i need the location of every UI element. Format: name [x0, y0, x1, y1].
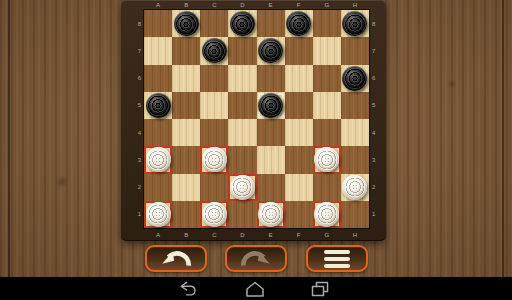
square-a7[interactable] [144, 37, 172, 64]
square-h1[interactable] [341, 201, 369, 228]
square-g8[interactable] [313, 10, 341, 37]
square-h3[interactable] [341, 146, 369, 173]
rank-label-6: 6 [369, 65, 386, 92]
recents-button[interactable] [308, 277, 332, 300]
square-d5[interactable] [228, 92, 256, 119]
square-h2[interactable] [341, 174, 369, 201]
white-piece[interactable] [146, 147, 171, 172]
square-d4[interactable] [228, 119, 256, 146]
back-button[interactable] [176, 277, 200, 300]
square-e5[interactable] [257, 92, 285, 119]
rank-label-2: 2 [369, 174, 386, 201]
white-piece[interactable] [258, 202, 283, 227]
square-c7[interactable] [200, 37, 228, 64]
rank-label-7: 7 [369, 37, 386, 64]
file-label-d: D [228, 229, 256, 241]
undo-arrow-icon [159, 248, 193, 269]
rank-labels-left: 87654321 [121, 10, 144, 228]
file-label-a: A [144, 229, 172, 241]
square-h4[interactable] [341, 119, 369, 146]
square-h8[interactable] [341, 10, 369, 37]
square-b4[interactable] [172, 119, 200, 146]
square-b7[interactable] [172, 37, 200, 64]
square-g7[interactable] [313, 37, 341, 64]
square-c4[interactable] [200, 119, 228, 146]
rank-label-3: 3 [121, 146, 144, 173]
square-d8[interactable] [228, 10, 256, 37]
rank-label-1: 1 [121, 201, 144, 228]
black-piece[interactable] [258, 93, 283, 118]
square-b1[interactable] [172, 201, 200, 228]
rank-label-7: 7 [121, 37, 144, 64]
square-b8[interactable] [172, 10, 200, 37]
square-g3[interactable] [313, 146, 341, 173]
square-c2[interactable] [200, 174, 228, 201]
file-label-a: A [144, 0, 172, 10]
rank-label-5: 5 [369, 92, 386, 119]
rank-label-8: 8 [369, 10, 386, 37]
rank-label-3: 3 [369, 146, 386, 173]
square-h5[interactable] [341, 92, 369, 119]
redo-arrow-icon [239, 248, 273, 269]
square-e8[interactable] [257, 10, 285, 37]
file-label-h: H [341, 229, 369, 241]
white-piece[interactable] [342, 175, 367, 200]
square-a6[interactable] [144, 65, 172, 92]
square-d2[interactable] [228, 174, 256, 201]
black-piece[interactable] [342, 11, 367, 36]
square-a2[interactable] [144, 174, 172, 201]
square-b2[interactable] [172, 174, 200, 201]
square-f6[interactable] [285, 65, 313, 92]
square-e3[interactable] [257, 146, 285, 173]
square-h7[interactable] [341, 37, 369, 64]
file-label-f: F [285, 0, 313, 10]
file-label-f: F [285, 229, 313, 241]
recents-icon [310, 281, 330, 297]
back-arrow-icon [177, 280, 199, 297]
file-labels-bottom: ABCDEFGH [144, 229, 369, 241]
square-a4[interactable] [144, 119, 172, 146]
square-f5[interactable] [285, 92, 313, 119]
square-g1[interactable] [313, 201, 341, 228]
square-c1[interactable] [200, 201, 228, 228]
white-piece[interactable] [230, 175, 255, 200]
square-g5[interactable] [313, 92, 341, 119]
square-d3[interactable] [228, 146, 256, 173]
square-a5[interactable] [144, 92, 172, 119]
file-label-h: H [341, 0, 369, 10]
board-grid [144, 10, 369, 228]
square-g4[interactable] [313, 119, 341, 146]
rank-label-1: 1 [369, 201, 386, 228]
black-piece[interactable] [174, 11, 199, 36]
square-d7[interactable] [228, 37, 256, 64]
file-label-b: B [172, 229, 200, 241]
white-piece[interactable] [146, 202, 171, 227]
black-piece[interactable] [342, 66, 367, 91]
square-a3[interactable] [144, 146, 172, 173]
square-e2[interactable] [257, 174, 285, 201]
checkers-board: ABCDEFGH ABCDEFGH 87654321 87654321 [121, 0, 386, 241]
square-e1[interactable] [257, 201, 285, 228]
square-c8[interactable] [200, 10, 228, 37]
white-piece[interactable] [202, 147, 227, 172]
rank-label-4: 4 [369, 119, 386, 146]
hamburger-icon [324, 250, 350, 268]
square-b3[interactable] [172, 146, 200, 173]
square-f8[interactable] [285, 10, 313, 37]
square-a1[interactable] [144, 201, 172, 228]
rank-labels-right: 87654321 [369, 10, 386, 228]
square-f7[interactable] [285, 37, 313, 64]
square-d6[interactable] [228, 65, 256, 92]
square-c5[interactable] [200, 92, 228, 119]
black-piece[interactable] [202, 38, 227, 63]
menu-button[interactable] [306, 245, 368, 272]
square-e7[interactable] [257, 37, 285, 64]
file-label-d: D [228, 0, 256, 10]
square-g6[interactable] [313, 65, 341, 92]
rank-label-4: 4 [121, 119, 144, 146]
home-icon [245, 281, 265, 297]
undo-button[interactable] [145, 245, 207, 272]
file-label-c: C [200, 229, 228, 241]
file-labels-top: ABCDEFGH [144, 0, 369, 10]
square-f3[interactable] [285, 146, 313, 173]
white-piece[interactable] [314, 147, 339, 172]
square-h6[interactable] [341, 65, 369, 92]
square-c6[interactable] [200, 65, 228, 92]
black-piece[interactable] [230, 11, 255, 36]
home-button[interactable] [243, 277, 267, 300]
file-label-g: G [313, 0, 341, 10]
square-f2[interactable] [285, 174, 313, 201]
black-piece[interactable] [286, 11, 311, 36]
black-piece[interactable] [146, 93, 171, 118]
file-label-e: E [257, 0, 285, 10]
checkers-app-screen: { "game": { "name": "checkers", "variant… [0, 0, 512, 300]
square-b6[interactable] [172, 65, 200, 92]
square-c3[interactable] [200, 146, 228, 173]
file-label-g: G [313, 229, 341, 241]
black-piece[interactable] [258, 38, 283, 63]
rank-label-2: 2 [121, 174, 144, 201]
rank-label-8: 8 [121, 10, 144, 37]
file-label-b: B [172, 0, 200, 10]
square-f4[interactable] [285, 119, 313, 146]
square-a8[interactable] [144, 10, 172, 37]
android-navigation-bar [0, 277, 512, 300]
square-b5[interactable] [172, 92, 200, 119]
redo-button[interactable] [225, 245, 287, 272]
file-label-e: E [257, 229, 285, 241]
white-piece[interactable] [202, 202, 227, 227]
white-piece[interactable] [314, 202, 339, 227]
file-label-c: C [200, 0, 228, 10]
square-e4[interactable] [257, 119, 285, 146]
square-f1[interactable] [285, 201, 313, 228]
rank-label-5: 5 [121, 92, 144, 119]
square-d1[interactable] [228, 201, 256, 228]
square-e6[interactable] [257, 65, 285, 92]
square-g2[interactable] [313, 174, 341, 201]
rank-label-6: 6 [121, 65, 144, 92]
